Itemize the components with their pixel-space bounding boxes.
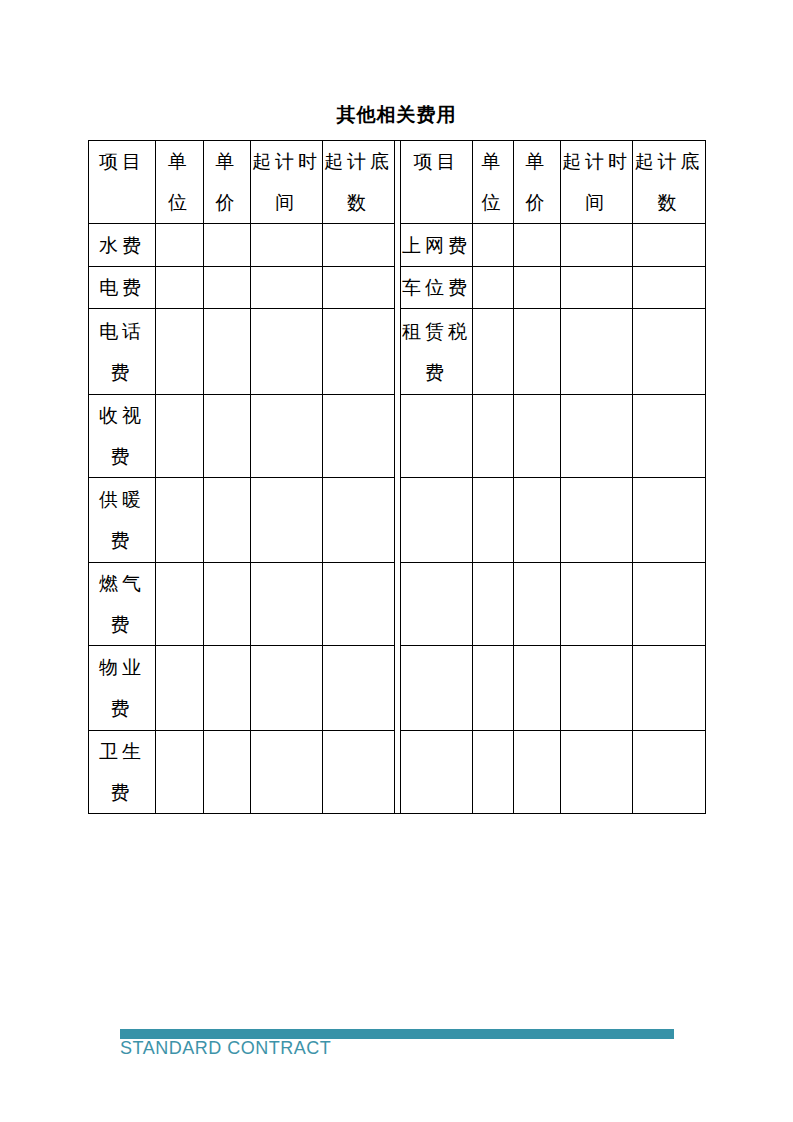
fee-value-cell [514, 267, 561, 309]
column-header-unit-left: 单 位 [156, 141, 204, 224]
fee-item-cell: 上网费 [401, 224, 473, 267]
fee-value-cell [473, 395, 514, 478]
header-row: 项目 单 位 单 价 起计时 间 起计底 数 项目 单 位 单 价 起计时 间 … [89, 141, 706, 224]
fee-value-cell [473, 267, 514, 309]
fee-value-cell [633, 224, 706, 267]
fee-value-cell [633, 731, 706, 814]
fee-value-cell [514, 646, 561, 731]
fee-value-cell [156, 731, 204, 814]
fee-item-cell: 燃气 费 [89, 563, 156, 646]
fee-value-cell [251, 563, 323, 646]
fee-value-cell [323, 395, 395, 478]
fee-item-cell: 供暖 费 [89, 478, 156, 563]
column-header-item-right: 项目 [401, 141, 473, 224]
table-row: 卫生 费 [89, 731, 706, 814]
fee-item-cell: 卫生 费 [89, 731, 156, 814]
fee-value-cell [204, 309, 251, 395]
fee-value-cell [561, 309, 633, 395]
table-row: 物业 费 [89, 646, 706, 731]
fee-value-cell [323, 309, 395, 395]
fee-value-cell [514, 563, 561, 646]
fee-item-cell: 收视 费 [89, 395, 156, 478]
table-row: 电话 费 租赁税 费 [89, 309, 706, 395]
fee-value-cell [323, 224, 395, 267]
fee-value-cell [514, 395, 561, 478]
fee-value-cell [633, 309, 706, 395]
fee-value-cell [156, 224, 204, 267]
fee-value-cell [251, 646, 323, 731]
fee-value-cell [323, 731, 395, 814]
fee-value-cell [251, 731, 323, 814]
fee-value-cell [251, 309, 323, 395]
fee-value-cell [156, 309, 204, 395]
column-header-base-right: 起计底 数 [633, 141, 706, 224]
fee-value-cell [633, 563, 706, 646]
fee-value-cell [473, 478, 514, 563]
column-header-unit-right: 单 位 [473, 141, 514, 224]
fee-value-cell [323, 478, 395, 563]
fee-value-cell [156, 646, 204, 731]
fee-item-cell: 电话 费 [89, 309, 156, 395]
table-row: 电费 车位费 [89, 267, 706, 309]
column-header-item-left: 项目 [89, 141, 156, 224]
fee-value-cell [473, 224, 514, 267]
fee-value-cell [633, 478, 706, 563]
fee-value-cell [561, 395, 633, 478]
fee-value-cell [156, 563, 204, 646]
column-header-price-left: 单 价 [204, 141, 251, 224]
fee-item-cell: 电费 [89, 267, 156, 309]
fee-item-cell: 水费 [89, 224, 156, 267]
fee-value-cell [514, 224, 561, 267]
fee-value-cell [251, 478, 323, 563]
footer-brand-text: STANDARD CONTRACT [120, 1038, 331, 1059]
fee-value-cell [473, 309, 514, 395]
fee-value-cell [251, 395, 323, 478]
fee-item-cell: 租赁税 费 [401, 309, 473, 395]
fee-item-cell [401, 731, 473, 814]
column-header-start-time-right: 起计时 间 [561, 141, 633, 224]
fee-item-cell: 物业 费 [89, 646, 156, 731]
fee-value-cell [204, 731, 251, 814]
column-header-price-right: 单 价 [514, 141, 561, 224]
column-header-base-left: 起计底 数 [323, 141, 395, 224]
fee-value-cell [323, 267, 395, 309]
column-header-start-time-left: 起计时 间 [251, 141, 323, 224]
fee-value-cell [633, 646, 706, 731]
fee-value-cell [561, 267, 633, 309]
table-row: 供暖 费 [89, 478, 706, 563]
fee-value-cell [204, 395, 251, 478]
fee-item-cell: 车位费 [401, 267, 473, 309]
fee-value-cell [204, 267, 251, 309]
fee-value-cell [204, 224, 251, 267]
fee-value-cell [633, 395, 706, 478]
fee-item-cell [401, 478, 473, 563]
fee-value-cell [633, 267, 706, 309]
fee-value-cell [561, 224, 633, 267]
fee-value-cell [561, 646, 633, 731]
fee-value-cell [473, 563, 514, 646]
fee-value-cell [204, 646, 251, 731]
fee-value-cell [204, 478, 251, 563]
fee-value-cell [156, 478, 204, 563]
fee-item-cell [401, 395, 473, 478]
fee-value-cell [561, 478, 633, 563]
fee-value-cell [156, 395, 204, 478]
fee-value-cell [323, 563, 395, 646]
fee-value-cell [514, 731, 561, 814]
table-row: 水费 上网费 [89, 224, 706, 267]
fee-table: 项目 单 位 单 价 起计时 间 起计底 数 项目 单 位 单 价 起计时 间 … [88, 140, 706, 814]
fee-value-cell [473, 731, 514, 814]
fee-value-cell [514, 478, 561, 563]
fee-value-cell [561, 731, 633, 814]
fee-value-cell [204, 563, 251, 646]
fee-item-cell [401, 563, 473, 646]
fee-value-cell [156, 267, 204, 309]
page-title: 其他相关费用 [88, 102, 705, 128]
fee-value-cell [251, 224, 323, 267]
fee-value-cell [561, 563, 633, 646]
table-row: 收视 费 [89, 395, 706, 478]
fee-value-cell [514, 309, 561, 395]
table-row: 燃气 费 [89, 563, 706, 646]
document-page: 其他相关费用 项目 单 位 单 价 起计时 间 起计底 数 项目 单 位 单 价… [0, 0, 793, 1122]
fee-value-cell [323, 646, 395, 731]
fee-value-cell [473, 646, 514, 731]
fee-value-cell [251, 267, 323, 309]
fee-item-cell [401, 646, 473, 731]
